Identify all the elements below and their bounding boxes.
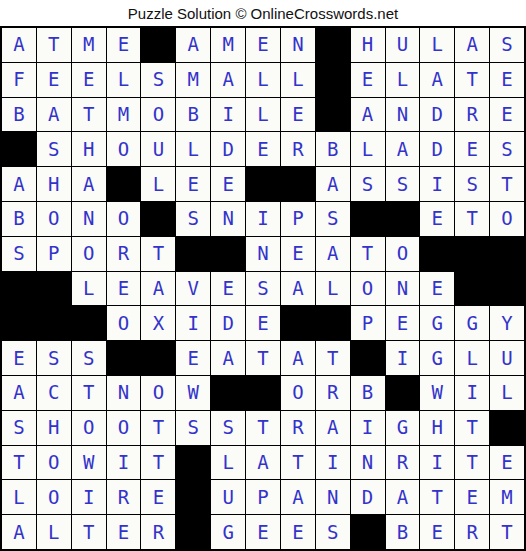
cell-r5c11: S [351, 167, 385, 201]
cell-r8c12: N [386, 272, 420, 306]
cell-r6c7: N [211, 202, 245, 236]
black-cell-r2c10 [316, 63, 350, 97]
cell-r8c10: L [316, 272, 350, 306]
cell-r10c14: L [455, 341, 489, 375]
black-cell-r1c10 [316, 28, 350, 62]
cell-r2c2: E [37, 63, 71, 97]
cell-r2c4: L [107, 63, 141, 97]
black-cell-r9c10 [316, 306, 350, 340]
cell-r4c4: O [107, 132, 141, 166]
cell-r5c14: S [455, 167, 489, 201]
cell-r9c15: Y [490, 306, 524, 340]
cell-r3c2: A [37, 98, 71, 132]
cell-r4c3: H [72, 132, 106, 166]
cell-r1c7: M [211, 28, 245, 62]
cell-r12c12: G [386, 411, 420, 445]
cell-r2c5: S [141, 63, 175, 97]
cell-r3c8: L [246, 98, 280, 132]
cell-r6c9: P [281, 202, 315, 236]
cell-r10c1: E [2, 341, 36, 375]
black-cell-r6c11 [351, 202, 385, 236]
cell-r1c12: U [386, 28, 420, 62]
black-cell-r6c5 [141, 202, 175, 236]
cell-r10c12: I [386, 341, 420, 375]
cell-r15c12: B [386, 515, 420, 549]
cell-r2c12: L [386, 63, 420, 97]
cell-r8c5: A [141, 272, 175, 306]
cell-r15c15: T [490, 515, 524, 549]
cell-r13c10: I [316, 446, 350, 480]
cell-r5c7: E [211, 167, 245, 201]
cell-r11c9: O [281, 376, 315, 410]
cell-r1c2: T [37, 28, 71, 62]
cell-r5c13: I [420, 167, 454, 201]
cell-r8c4: E [107, 272, 141, 306]
cell-r7c10: A [316, 237, 350, 271]
cell-r11c3: T [72, 376, 106, 410]
cell-r11c14: I [455, 376, 489, 410]
cell-r14c2: O [37, 480, 71, 514]
cell-r8c8: S [246, 272, 280, 306]
cell-r4c11: L [351, 132, 385, 166]
cell-r15c14: R [455, 515, 489, 549]
cell-r2c6: M [176, 63, 210, 97]
cell-r8c11: O [351, 272, 385, 306]
cell-r7c8: N [246, 237, 280, 271]
cell-r1c9: N [281, 28, 315, 62]
cell-r3c9: E [281, 98, 315, 132]
cell-r9c7: D [211, 306, 245, 340]
cell-r8c3: L [72, 272, 106, 306]
black-cell-r1c5 [141, 28, 175, 62]
cell-r6c1: B [2, 202, 36, 236]
cell-r7c3: O [72, 237, 106, 271]
black-cell-r8c14 [455, 272, 489, 306]
cell-r12c8: T [246, 411, 280, 445]
black-cell-r9c3 [72, 306, 106, 340]
black-cell-r5c4 [107, 167, 141, 201]
black-cell-r11c8 [246, 376, 280, 410]
cell-r5c5: L [141, 167, 175, 201]
cell-r14c11: D [351, 480, 385, 514]
cell-r4c7: D [211, 132, 245, 166]
cell-r13c4: I [107, 446, 141, 480]
cell-r3c1: B [2, 98, 36, 132]
cell-r9c14: G [455, 306, 489, 340]
cell-r9c11: P [351, 306, 385, 340]
cell-r8c13: E [420, 272, 454, 306]
cell-r15c8: E [246, 515, 280, 549]
cell-r14c12: A [386, 480, 420, 514]
cell-r14c14: E [455, 480, 489, 514]
cell-r13c2: O [37, 446, 71, 480]
black-cell-r5c9 [281, 167, 315, 201]
cell-r1c13: L [420, 28, 454, 62]
cell-r11c11: B [351, 376, 385, 410]
black-cell-r6c12 [386, 202, 420, 236]
cell-r2c3: E [72, 63, 106, 97]
cell-r12c7: S [211, 411, 245, 445]
black-cell-r8c2 [37, 272, 71, 306]
cell-r13c9: T [281, 446, 315, 480]
cell-r3c13: D [420, 98, 454, 132]
cell-r15c2: L [37, 515, 71, 549]
cell-r5c6: E [176, 167, 210, 201]
cell-r3c6: B [176, 98, 210, 132]
black-cell-r4c1 [2, 132, 36, 166]
black-cell-r10c11 [351, 341, 385, 375]
black-cell-r10c4 [107, 341, 141, 375]
cell-r4c5: U [141, 132, 175, 166]
crossword-grid: ATMEAMENHULASFEELSMALLELATEBATMOBILEANDR… [0, 26, 526, 551]
black-cell-r11c7 [211, 376, 245, 410]
black-cell-r9c2 [37, 306, 71, 340]
cell-r1c8: E [246, 28, 280, 62]
black-cell-r7c14 [455, 237, 489, 271]
cell-r1c6: A [176, 28, 210, 62]
cell-r10c15: U [490, 341, 524, 375]
cell-r2c13: A [420, 63, 454, 97]
cell-r15c10: S [316, 515, 350, 549]
cell-r4c14: E [455, 132, 489, 166]
cell-r3c14: R [455, 98, 489, 132]
cell-r9c12: E [386, 306, 420, 340]
cell-r13c12: R [386, 446, 420, 480]
black-cell-r15c6 [176, 515, 210, 549]
cell-r13c8: A [246, 446, 280, 480]
cell-r11c6: W [176, 376, 210, 410]
cell-r2c8: L [246, 63, 280, 97]
cell-r4c12: A [386, 132, 420, 166]
cell-r2c14: T [455, 63, 489, 97]
cell-r15c3: T [72, 515, 106, 549]
cell-r7c4: R [107, 237, 141, 271]
cell-r3c4: M [107, 98, 141, 132]
cell-r12c1: S [2, 411, 36, 445]
cell-r13c14: T [455, 446, 489, 480]
cell-r12c9: R [281, 411, 315, 445]
cell-r14c9: A [281, 480, 315, 514]
cell-r7c1: S [2, 237, 36, 271]
cell-r13c5: T [141, 446, 175, 480]
cell-r7c5: T [141, 237, 175, 271]
cell-r1c4: E [107, 28, 141, 62]
cell-r12c4: O [107, 411, 141, 445]
cell-r2c9: L [281, 63, 315, 97]
cell-r10c13: G [420, 341, 454, 375]
cell-r6c14: T [455, 202, 489, 236]
cell-r7c2: P [37, 237, 71, 271]
cell-r5c3: A [72, 167, 106, 201]
cell-r12c5: T [141, 411, 175, 445]
crossword-solution-page: Puzzle Solution © OnlineCrosswords.net A… [0, 0, 526, 551]
cell-r15c13: E [420, 515, 454, 549]
cell-r3c5: O [141, 98, 175, 132]
cell-r2c1: F [2, 63, 36, 97]
cell-r14c8: P [246, 480, 280, 514]
black-cell-r10c5 [141, 341, 175, 375]
cell-r11c15: L [490, 376, 524, 410]
black-cell-r3c10 [316, 98, 350, 132]
cell-r5c1: A [2, 167, 36, 201]
cell-r5c2: H [37, 167, 71, 201]
cell-r6c4: O [107, 202, 141, 236]
cell-r3c12: N [386, 98, 420, 132]
cell-r2c11: E [351, 63, 385, 97]
cell-r10c6: E [176, 341, 210, 375]
cell-r9c5: X [141, 306, 175, 340]
cell-r9c8: E [246, 306, 280, 340]
cell-r8c9: A [281, 272, 315, 306]
cell-r6c2: O [37, 202, 71, 236]
cell-r2c7: A [211, 63, 245, 97]
black-cell-r7c13 [420, 237, 454, 271]
cell-r11c13: W [420, 376, 454, 410]
black-cell-r7c7 [211, 237, 245, 271]
cell-r3c11: A [351, 98, 385, 132]
cell-r6c10: S [316, 202, 350, 236]
cell-r6c3: N [72, 202, 106, 236]
cell-r4c15: S [490, 132, 524, 166]
black-cell-r9c1 [2, 306, 36, 340]
black-cell-r9c9 [281, 306, 315, 340]
cell-r7c12: O [386, 237, 420, 271]
cell-r9c6: I [176, 306, 210, 340]
cell-r14c7: U [211, 480, 245, 514]
cell-r9c13: G [420, 306, 454, 340]
cell-r15c5: R [141, 515, 175, 549]
black-cell-r14c6 [176, 480, 210, 514]
cell-r1c1: A [2, 28, 36, 62]
cell-r7c9: E [281, 237, 315, 271]
cell-r10c7: A [211, 341, 245, 375]
cell-r8c6: V [176, 272, 210, 306]
cell-r6c13: E [420, 202, 454, 236]
cell-r11c4: N [107, 376, 141, 410]
cell-r11c5: O [141, 376, 175, 410]
cell-r13c3: W [72, 446, 106, 480]
cell-r15c4: E [107, 515, 141, 549]
cell-r14c10: N [316, 480, 350, 514]
cell-r14c1: L [2, 480, 36, 514]
cell-r14c4: R [107, 480, 141, 514]
black-cell-r13c6 [176, 446, 210, 480]
black-cell-r5c8 [246, 167, 280, 201]
cell-r2c15: E [490, 63, 524, 97]
cell-r8c7: E [211, 272, 245, 306]
cell-r13c7: L [211, 446, 245, 480]
cell-r15c9: E [281, 515, 315, 549]
cell-r12c10: A [316, 411, 350, 445]
cell-r5c10: A [316, 167, 350, 201]
cell-r14c3: I [72, 480, 106, 514]
cell-r13c1: T [2, 446, 36, 480]
cell-r14c13: T [420, 480, 454, 514]
cell-r12c14: T [455, 411, 489, 445]
cell-r3c3: T [72, 98, 106, 132]
cell-r4c8: E [246, 132, 280, 166]
cell-r11c10: R [316, 376, 350, 410]
cell-r1c14: A [455, 28, 489, 62]
cell-r10c8: T [246, 341, 280, 375]
page-title: Puzzle Solution © OnlineCrosswords.net [0, 0, 526, 26]
cell-r5c15: T [490, 167, 524, 201]
cell-r6c6: S [176, 202, 210, 236]
cell-r10c3: S [72, 341, 106, 375]
cell-r1c11: H [351, 28, 385, 62]
black-cell-r7c15 [490, 237, 524, 271]
cell-r11c2: C [37, 376, 71, 410]
cell-r14c5: E [141, 480, 175, 514]
cell-r14c15: M [490, 480, 524, 514]
cell-r10c9: A [281, 341, 315, 375]
cell-r1c15: S [490, 28, 524, 62]
cell-r11c1: A [2, 376, 36, 410]
cell-r12c3: O [72, 411, 106, 445]
cell-r4c10: B [316, 132, 350, 166]
cell-r1c3: M [72, 28, 106, 62]
black-cell-r8c1 [2, 272, 36, 306]
black-cell-r12c15 [490, 411, 524, 445]
cell-r12c6: S [176, 411, 210, 445]
black-cell-r15c11 [351, 515, 385, 549]
cell-r13c11: N [351, 446, 385, 480]
cell-r15c7: G [211, 515, 245, 549]
cell-r4c6: L [176, 132, 210, 166]
cell-r5c12: S [386, 167, 420, 201]
black-cell-r7c6 [176, 237, 210, 271]
cell-r15c1: A [2, 515, 36, 549]
cell-r10c10: T [316, 341, 350, 375]
cell-r12c11: I [351, 411, 385, 445]
cell-r4c13: D [420, 132, 454, 166]
cell-r12c13: H [420, 411, 454, 445]
cell-r9c4: O [107, 306, 141, 340]
black-cell-r11c12 [386, 376, 420, 410]
cell-r7c11: T [351, 237, 385, 271]
black-cell-r8c15 [490, 272, 524, 306]
cell-r12c2: H [37, 411, 71, 445]
cell-r3c15: E [490, 98, 524, 132]
cell-r10c2: S [37, 341, 71, 375]
cell-r3c7: I [211, 98, 245, 132]
cell-r6c8: I [246, 202, 280, 236]
cell-r13c13: I [420, 446, 454, 480]
cell-r6c15: O [490, 202, 524, 236]
cell-r4c9: R [281, 132, 315, 166]
cell-r13c15: E [490, 446, 524, 480]
cell-r4c2: S [37, 132, 71, 166]
